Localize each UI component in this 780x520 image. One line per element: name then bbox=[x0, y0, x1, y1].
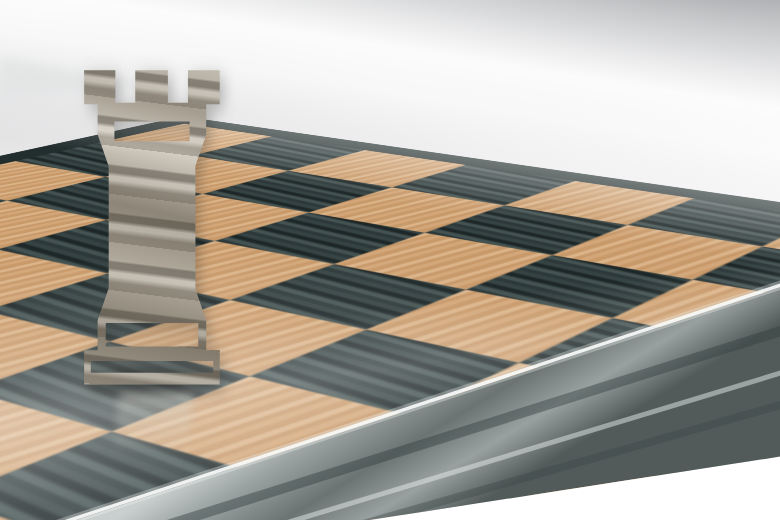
photo-stage: ♜ bbox=[0, 0, 780, 520]
rook-piece: ♜ bbox=[44, 20, 260, 450]
